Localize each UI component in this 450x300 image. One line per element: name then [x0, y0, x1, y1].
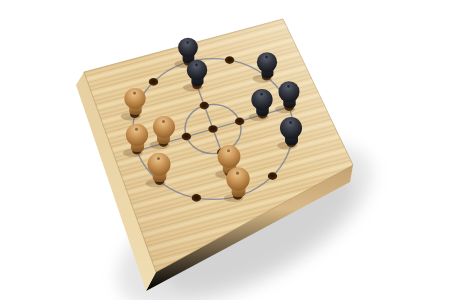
peg-head [153, 116, 175, 138]
peg-head [218, 145, 241, 168]
peg-head [226, 167, 249, 190]
empty-hole[interactable] [208, 125, 217, 133]
empty-hole[interactable] [192, 194, 201, 202]
empty-hole[interactable] [200, 102, 209, 110]
empty-hole[interactable] [149, 78, 158, 86]
empty-hole[interactable] [225, 56, 234, 64]
empty-hole[interactable] [235, 118, 244, 126]
photo-scene: ●●●●○●○●○○○○ [0, 0, 450, 300]
peg-head [280, 117, 302, 139]
peg-head [124, 88, 145, 109]
empty-hole[interactable] [182, 133, 191, 141]
peg-head [126, 124, 148, 146]
empty-hole[interactable] [268, 172, 277, 180]
peg-head [256, 52, 276, 72]
